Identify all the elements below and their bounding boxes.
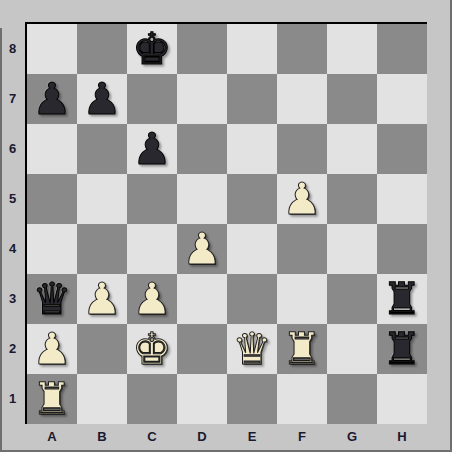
square-d5[interactable] xyxy=(177,174,227,224)
rank-labels: 87654321 xyxy=(0,24,25,424)
square-e3[interactable] xyxy=(227,274,277,324)
square-h1[interactable] xyxy=(377,374,427,424)
black-pawn: ♟ xyxy=(27,74,77,124)
square-b1[interactable] xyxy=(77,374,127,424)
square-e6[interactable] xyxy=(227,124,277,174)
square-a4[interactable] xyxy=(27,224,77,274)
black-rook: ♜ xyxy=(377,274,427,324)
square-f3[interactable] xyxy=(277,274,327,324)
square-b4[interactable] xyxy=(77,224,127,274)
black-pawn: ♟ xyxy=(127,124,177,174)
square-a8[interactable] xyxy=(27,24,77,74)
file-label-c: C xyxy=(127,424,177,450)
square-d2[interactable] xyxy=(177,324,227,374)
square-a6[interactable] xyxy=(27,124,77,174)
rank-label-5: 5 xyxy=(0,174,25,224)
white-pawn: ♟ xyxy=(127,274,177,324)
white-king: ♚ xyxy=(127,324,177,374)
file-label-d: D xyxy=(177,424,227,450)
rank-label-1: 1 xyxy=(0,374,25,424)
square-d6[interactable] xyxy=(177,124,227,174)
black-rook: ♜ xyxy=(377,324,427,374)
frame-edge-left xyxy=(0,28,2,452)
black-king: ♚ xyxy=(127,24,177,74)
white-pawn: ♟ xyxy=(277,174,327,224)
square-b3[interactable]: ♟ xyxy=(77,274,127,324)
square-a5[interactable] xyxy=(27,174,77,224)
square-a3[interactable]: ♛ xyxy=(27,274,77,324)
square-c2[interactable]: ♚ xyxy=(127,324,177,374)
square-c6[interactable]: ♟ xyxy=(127,124,177,174)
file-label-f: F xyxy=(277,424,327,450)
square-d4[interactable]: ♟ xyxy=(177,224,227,274)
square-g7[interactable] xyxy=(327,74,377,124)
white-pawn: ♟ xyxy=(27,324,77,374)
file-labels: ABCDEFGH xyxy=(27,424,427,450)
square-a1[interactable]: ♜ xyxy=(27,374,77,424)
square-g4[interactable] xyxy=(327,224,377,274)
square-a7[interactable]: ♟ xyxy=(27,74,77,124)
square-h4[interactable] xyxy=(377,224,427,274)
square-c5[interactable] xyxy=(127,174,177,224)
rank-label-7: 7 xyxy=(0,74,25,124)
square-b7[interactable]: ♟ xyxy=(77,74,127,124)
square-f2[interactable]: ♜ xyxy=(277,324,327,374)
square-a2[interactable]: ♟ xyxy=(27,324,77,374)
square-c1[interactable] xyxy=(127,374,177,424)
white-pawn: ♟ xyxy=(77,274,127,324)
white-rook: ♜ xyxy=(27,374,77,424)
square-b6[interactable] xyxy=(77,124,127,174)
square-f7[interactable] xyxy=(277,74,327,124)
square-b8[interactable] xyxy=(77,24,127,74)
file-label-b: B xyxy=(77,424,127,450)
square-e1[interactable] xyxy=(227,374,277,424)
rank-label-2: 2 xyxy=(0,324,25,374)
square-h2[interactable]: ♜ xyxy=(377,324,427,374)
square-h8[interactable] xyxy=(377,24,427,74)
square-g2[interactable] xyxy=(327,324,377,374)
square-f8[interactable] xyxy=(277,24,327,74)
white-rook: ♜ xyxy=(277,324,327,374)
white-pawn: ♟ xyxy=(177,224,227,274)
square-h7[interactable] xyxy=(377,74,427,124)
square-b2[interactable] xyxy=(77,324,127,374)
white-queen: ♛ xyxy=(227,324,277,374)
square-g6[interactable] xyxy=(327,124,377,174)
file-label-g: G xyxy=(327,424,377,450)
square-g5[interactable] xyxy=(327,174,377,224)
black-pawn: ♟ xyxy=(77,74,127,124)
square-e2[interactable]: ♛ xyxy=(227,324,277,374)
square-c3[interactable]: ♟ xyxy=(127,274,177,324)
square-c8[interactable]: ♚ xyxy=(127,24,177,74)
black-queen: ♛ xyxy=(27,274,77,324)
square-c7[interactable] xyxy=(127,74,177,124)
square-d8[interactable] xyxy=(177,24,227,74)
square-g8[interactable] xyxy=(327,24,377,74)
square-f4[interactable] xyxy=(277,224,327,274)
square-d1[interactable] xyxy=(177,374,227,424)
square-e4[interactable] xyxy=(227,224,277,274)
square-h5[interactable] xyxy=(377,174,427,224)
square-e7[interactable] xyxy=(227,74,277,124)
rank-label-4: 4 xyxy=(0,224,25,274)
file-label-e: E xyxy=(227,424,277,450)
file-label-a: A xyxy=(27,424,77,450)
square-d7[interactable] xyxy=(177,74,227,124)
square-f5[interactable]: ♟ xyxy=(277,174,327,224)
diagram-frame: ♚♟♟♟♟♟♛♟♟♜♟♚♛♜♜♜ 87654321 ABCDEFGH xyxy=(0,0,452,452)
rank-label-3: 3 xyxy=(0,274,25,324)
square-g1[interactable] xyxy=(327,374,377,424)
square-b5[interactable] xyxy=(77,174,127,224)
square-c4[interactable] xyxy=(127,224,177,274)
file-label-h: H xyxy=(377,424,427,450)
square-g3[interactable] xyxy=(327,274,377,324)
board: ♚♟♟♟♟♟♛♟♟♜♟♚♛♜♜♜ xyxy=(25,22,427,424)
rank-label-6: 6 xyxy=(0,124,25,174)
square-f6[interactable] xyxy=(277,124,327,174)
square-h3[interactable]: ♜ xyxy=(377,274,427,324)
square-d3[interactable] xyxy=(177,274,227,324)
square-f1[interactable] xyxy=(277,374,327,424)
square-e5[interactable] xyxy=(227,174,277,224)
square-e8[interactable] xyxy=(227,24,277,74)
rank-label-8: 8 xyxy=(0,24,25,74)
square-h6[interactable] xyxy=(377,124,427,174)
